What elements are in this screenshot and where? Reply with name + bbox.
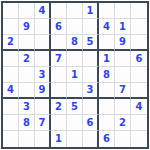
cell-r5c3[interactable]: 3 (35, 67, 51, 83)
cell-r9c7[interactable]: 6 (99, 131, 115, 147)
cell-r7c4[interactable]: 2 (51, 99, 67, 115)
cell-r6c7[interactable] (99, 83, 115, 99)
given-digit: 9 (39, 85, 46, 95)
given-digit: 6 (136, 54, 143, 64)
cell-r8c1[interactable] (3, 115, 19, 131)
cell-r6c8[interactable]: 7 (115, 83, 131, 99)
cell-r6c5[interactable] (67, 83, 83, 99)
cell-r4c1[interactable] (3, 51, 19, 67)
cell-r1c4[interactable] (51, 3, 67, 19)
cell-r8c9[interactable] (131, 115, 147, 131)
given-digit: 4 (39, 6, 46, 16)
cell-r3c2[interactable] (19, 35, 35, 51)
cell-r1c8[interactable] (115, 3, 131, 19)
given-digit: 2 (23, 54, 30, 64)
cell-r6c2[interactable] (19, 83, 35, 99)
given-digit: 8 (71, 37, 78, 47)
cell-r7c2[interactable]: 3 (19, 99, 35, 115)
cell-r2c6[interactable] (83, 19, 99, 35)
cell-r9c2[interactable] (19, 131, 35, 147)
cell-r9c8[interactable] (115, 131, 131, 147)
given-digit: 1 (55, 134, 62, 144)
cell-r1c6[interactable]: 1 (83, 3, 99, 19)
given-digit: 8 (103, 70, 110, 80)
cell-r2c9[interactable] (131, 19, 147, 35)
cell-r3c5[interactable]: 8 (67, 35, 83, 51)
cell-r7c7[interactable] (99, 99, 115, 115)
cell-r3c4[interactable] (51, 35, 67, 51)
cell-r5c4[interactable] (51, 67, 67, 83)
cell-r8c3[interactable]: 7 (35, 115, 51, 131)
cell-r3c9[interactable] (131, 35, 147, 51)
given-digit: 9 (119, 37, 126, 47)
cell-r5c5[interactable]: 1 (67, 67, 83, 83)
given-digit: 2 (55, 102, 62, 112)
given-digit: 8 (23, 118, 30, 128)
given-digit: 7 (39, 118, 46, 128)
sudoku-board: 4196412859271631849373254876216 (1, 1, 149, 149)
cell-r8c7[interactable] (99, 115, 115, 131)
cell-r7c3[interactable] (35, 99, 51, 115)
cell-r3c1[interactable]: 2 (3, 35, 19, 51)
cell-r5c1[interactable] (3, 67, 19, 83)
cell-r1c7[interactable] (99, 3, 115, 19)
given-digit: 3 (39, 70, 46, 80)
cell-r4c8[interactable] (115, 51, 131, 67)
cell-r8c2[interactable]: 8 (19, 115, 35, 131)
cell-r9c9[interactable] (131, 131, 147, 147)
given-digit: 3 (23, 102, 30, 112)
cell-r4c4[interactable]: 7 (51, 51, 67, 67)
cell-r9c4[interactable]: 1 (51, 131, 67, 147)
cell-r8c5[interactable] (67, 115, 83, 131)
cell-r6c1[interactable]: 4 (3, 83, 19, 99)
given-digit: 9 (23, 22, 30, 32)
cell-r1c9[interactable] (131, 3, 147, 19)
given-digit: 6 (103, 134, 110, 144)
cell-r4c9[interactable]: 6 (131, 51, 147, 67)
given-digit: 2 (7, 37, 14, 47)
given-digit: 4 (103, 22, 110, 32)
given-digit: 7 (119, 85, 126, 95)
given-digit: 4 (7, 85, 14, 95)
cell-r5c7[interactable]: 8 (99, 67, 115, 83)
cell-r4c5[interactable] (67, 51, 83, 67)
cell-r3c6[interactable]: 5 (83, 35, 99, 51)
cell-r6c3[interactable]: 9 (35, 83, 51, 99)
given-digit: 2 (119, 118, 126, 128)
cell-r1c3[interactable]: 4 (35, 3, 51, 19)
given-digit: 6 (55, 22, 62, 32)
cell-r9c5[interactable] (67, 131, 83, 147)
given-digit: 5 (87, 37, 94, 47)
given-digit: 1 (119, 22, 126, 32)
cell-r5c9[interactable] (131, 67, 147, 83)
given-digit: 6 (87, 118, 94, 128)
cell-r2c3[interactable] (35, 19, 51, 35)
cell-r6c6[interactable]: 3 (83, 83, 99, 99)
cell-r9c3[interactable] (35, 131, 51, 147)
given-digit: 1 (87, 6, 94, 16)
cell-r8c8[interactable]: 2 (115, 115, 131, 131)
cell-r5c6[interactable] (83, 67, 99, 83)
given-digit: 3 (87, 85, 94, 95)
cell-r7c5[interactable]: 5 (67, 99, 83, 115)
cell-r7c9[interactable]: 4 (131, 99, 147, 115)
cell-r2c2[interactable]: 9 (19, 19, 35, 35)
cell-r8c4[interactable] (51, 115, 67, 131)
cell-r9c6[interactable] (83, 131, 99, 147)
given-digit: 7 (55, 54, 62, 64)
cell-r1c2[interactable] (19, 3, 35, 19)
cell-r1c5[interactable] (67, 3, 83, 19)
given-digit: 5 (71, 102, 78, 112)
cell-r3c3[interactable] (35, 35, 51, 51)
cell-r8c6[interactable]: 6 (83, 115, 99, 131)
cell-r1c1[interactable] (3, 3, 19, 19)
cell-r2c1[interactable] (3, 19, 19, 35)
given-digit: 1 (71, 70, 78, 80)
cell-r3c8[interactable]: 9 (115, 35, 131, 51)
cell-r7c6[interactable] (83, 99, 99, 115)
cell-r4c7[interactable]: 1 (99, 51, 115, 67)
cell-r5c8[interactable] (115, 67, 131, 83)
cell-r4c2[interactable]: 2 (19, 51, 35, 67)
cell-r3c7[interactable] (99, 35, 115, 51)
cell-r7c1[interactable] (3, 99, 19, 115)
cell-r9c1[interactable] (3, 131, 19, 147)
cell-r6c9[interactable] (131, 83, 147, 99)
given-digit: 4 (136, 102, 143, 112)
cell-r2c8[interactable]: 1 (115, 19, 131, 35)
cell-r6c4[interactable] (51, 83, 67, 99)
cell-r7c8[interactable] (115, 99, 131, 115)
cell-r4c3[interactable] (35, 51, 51, 67)
cell-r2c4[interactable]: 6 (51, 19, 67, 35)
cell-r4c6[interactable] (83, 51, 99, 67)
cell-r5c2[interactable] (19, 67, 35, 83)
cell-r2c7[interactable]: 4 (99, 19, 115, 35)
given-digit: 1 (103, 54, 110, 64)
cell-r2c5[interactable] (67, 19, 83, 35)
